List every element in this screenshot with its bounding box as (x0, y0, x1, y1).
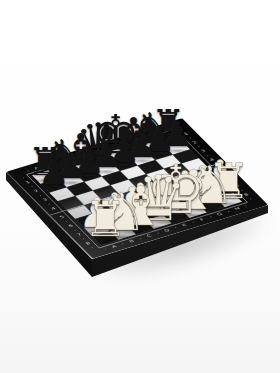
coordinate-label: 6 (226, 175, 233, 179)
frame-dot (83, 238, 85, 239)
coordinate-label: 2 (33, 189, 40, 193)
frame-dot (150, 133, 152, 134)
frame-dot (62, 160, 64, 161)
frame-dot (74, 230, 76, 231)
frame-dot (45, 165, 47, 166)
coordinate-label: 5 (217, 167, 224, 171)
coordinate-label: 3 (42, 198, 49, 202)
coordinate-label: C (146, 234, 153, 238)
frame-dot (245, 206, 247, 207)
coordinate-label: 2 (191, 140, 198, 144)
frame-dot (190, 138, 192, 139)
coordinate-label: 7 (76, 233, 83, 237)
frame-dot (40, 195, 42, 196)
frame-dot (140, 238, 142, 239)
frame-dot (66, 221, 68, 222)
frame-dot (224, 172, 226, 173)
frame-dot (122, 243, 124, 244)
frame-dot (23, 178, 25, 179)
frame-dot (175, 227, 177, 228)
frame-dot (198, 146, 200, 147)
frame-dot (133, 138, 135, 139)
coordinate-label: G (216, 212, 223, 216)
coordinate-label: H (234, 207, 241, 211)
frame-dot (250, 199, 252, 200)
coordinate-label: D (163, 228, 170, 232)
coordinate-label: B (128, 239, 135, 243)
coordinate-label: A (111, 244, 118, 248)
frame-dot (168, 127, 170, 128)
frame-dot (104, 249, 106, 250)
frame-dot (181, 129, 183, 130)
frame-dot (27, 170, 29, 171)
coordinate-label: E (181, 223, 188, 227)
frame-dot (207, 155, 209, 156)
product-photo: 11AA22BB33CC44DD55EE66FF77GG88HH ♜♞♝♛♚♝♞… (0, 0, 280, 373)
coordinate-label: 8 (85, 241, 92, 245)
coordinate-label: 4 (209, 158, 216, 162)
frame-dot (210, 216, 212, 217)
coordinate-label: 1 (24, 180, 31, 184)
frame-dot (233, 181, 235, 182)
coordinate-label: 4 (50, 206, 57, 210)
frame-dot (228, 211, 230, 212)
coordinate-label: F (199, 218, 205, 222)
frame-dot (48, 204, 50, 205)
frame-dot (97, 149, 99, 150)
coordinate-label: 8 (243, 193, 250, 197)
frame-dot (241, 190, 243, 191)
coordinate-label: 3 (200, 149, 207, 153)
frame-dot (80, 154, 82, 155)
frame-dot (157, 233, 159, 234)
frame-dot (115, 143, 117, 144)
coordinate-label: 7 (234, 184, 241, 188)
frame-dot (91, 247, 93, 248)
frame-dot (192, 222, 194, 223)
coordinate-label: 6 (67, 224, 74, 228)
coordinate-label: 1 (183, 132, 190, 136)
coordinate-label: 5 (59, 215, 66, 219)
frame-dot (31, 186, 33, 187)
